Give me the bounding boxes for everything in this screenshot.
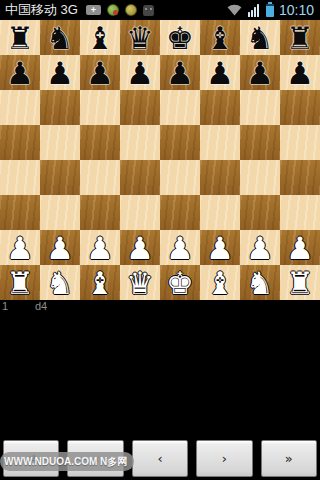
piece-black-knight: ♞ [240, 20, 280, 55]
square-a7[interactable]: ♟ [0, 55, 40, 90]
square-g6[interactable] [240, 90, 280, 125]
step-forward-button[interactable]: › [196, 440, 252, 477]
piece-black-pawn: ♟ [200, 55, 240, 90]
status-clock: 10:10 [279, 2, 314, 18]
square-f7[interactable]: ♟ [200, 55, 240, 90]
square-f8[interactable]: ♝ [200, 20, 240, 55]
piece-black-pawn: ♟ [160, 55, 200, 90]
piece-white-rook: ♜ [280, 265, 320, 300]
square-c7[interactable]: ♟ [80, 55, 120, 90]
square-c2[interactable]: ♟ [80, 230, 120, 265]
square-f6[interactable] [200, 90, 240, 125]
piece-black-pawn: ♟ [0, 55, 40, 90]
square-c1[interactable]: ♝ [80, 265, 120, 300]
square-b1[interactable]: ♞ [40, 265, 80, 300]
square-a1[interactable]: ♜ [0, 265, 40, 300]
piece-white-pawn: ♟ [80, 230, 120, 265]
square-h3[interactable] [280, 195, 320, 230]
square-h8[interactable]: ♜ [280, 20, 320, 55]
square-e4[interactable] [160, 160, 200, 195]
square-f4[interactable] [200, 160, 240, 195]
square-b3[interactable] [40, 195, 80, 230]
square-f5[interactable] [200, 125, 240, 160]
piece-black-pawn: ♟ [40, 55, 80, 90]
signal-strength-icon [248, 4, 260, 17]
square-g7[interactable]: ♟ [240, 55, 280, 90]
move-white-text: d4 [35, 300, 47, 312]
square-g8[interactable]: ♞ [240, 20, 280, 55]
status-bar: 中国移动 3G + 10:10 [0, 0, 320, 20]
square-b4[interactable] [40, 160, 80, 195]
square-e8[interactable]: ♚ [160, 20, 200, 55]
go-to-end-button[interactable]: » [261, 440, 317, 477]
square-e1[interactable]: ♚ [160, 265, 200, 300]
square-d8[interactable]: ♛ [120, 20, 160, 55]
piece-white-pawn: ♟ [280, 230, 320, 265]
square-d4[interactable] [120, 160, 160, 195]
piece-white-pawn: ♟ [160, 230, 200, 265]
piece-white-pawn: ♟ [240, 230, 280, 265]
phone-screen: 中国移动 3G + 10:10 ♜♞♝♛♚♝♞♜♟♟♟♟♟♟♟♟♟♟♟♟♟♟♟♟… [0, 0, 320, 480]
piece-white-king: ♚ [160, 265, 200, 300]
piece-black-pawn: ♟ [120, 55, 160, 90]
square-a3[interactable] [0, 195, 40, 230]
square-d6[interactable] [120, 90, 160, 125]
square-d1[interactable]: ♛ [120, 265, 160, 300]
piece-white-bishop: ♝ [80, 265, 120, 300]
square-e5[interactable] [160, 125, 200, 160]
square-h7[interactable]: ♟ [280, 55, 320, 90]
chess-board: ♜♞♝♛♚♝♞♜♟♟♟♟♟♟♟♟♟♟♟♟♟♟♟♟♜♞♝♛♚♝♞♜ [0, 20, 320, 300]
wifi-icon [227, 4, 242, 16]
square-f3[interactable] [200, 195, 240, 230]
square-d5[interactable] [120, 125, 160, 160]
square-e3[interactable] [160, 195, 200, 230]
square-a8[interactable]: ♜ [0, 20, 40, 55]
android-debug-icon [143, 5, 154, 16]
square-f2[interactable]: ♟ [200, 230, 240, 265]
square-e6[interactable] [160, 90, 200, 125]
square-c8[interactable]: ♝ [80, 20, 120, 55]
square-g1[interactable]: ♞ [240, 265, 280, 300]
square-e2[interactable]: ♟ [160, 230, 200, 265]
square-c6[interactable] [80, 90, 120, 125]
square-c3[interactable] [80, 195, 120, 230]
step-back-button[interactable]: ‹ [132, 440, 188, 477]
square-b5[interactable] [40, 125, 80, 160]
square-f1[interactable]: ♝ [200, 265, 240, 300]
piece-black-pawn: ♟ [280, 55, 320, 90]
piece-black-bishop: ♝ [200, 20, 240, 55]
move-number: 1 [2, 300, 35, 312]
piece-black-bishop: ♝ [80, 20, 120, 55]
piece-black-king: ♚ [160, 20, 200, 55]
square-d2[interactable]: ♟ [120, 230, 160, 265]
square-g5[interactable] [240, 125, 280, 160]
piece-white-pawn: ♟ [200, 230, 240, 265]
square-b7[interactable]: ♟ [40, 55, 80, 90]
square-b6[interactable] [40, 90, 80, 125]
battery-saver-plus-icon: + [86, 5, 101, 15]
square-a2[interactable]: ♟ [0, 230, 40, 265]
piece-white-queen: ♛ [120, 265, 160, 300]
piece-black-knight: ♞ [40, 20, 80, 55]
carrier-label: 中国移动 3G [5, 1, 78, 19]
square-g4[interactable] [240, 160, 280, 195]
piece-white-knight: ♞ [40, 265, 80, 300]
square-g2[interactable]: ♟ [240, 230, 280, 265]
battery-icon [266, 4, 274, 17]
square-h1[interactable]: ♜ [280, 265, 320, 300]
square-h6[interactable] [280, 90, 320, 125]
square-c5[interactable] [80, 125, 120, 160]
square-a5[interactable] [0, 125, 40, 160]
square-e7[interactable]: ♟ [160, 55, 200, 90]
piece-white-rook: ♜ [0, 265, 40, 300]
watermark-badge: WWW.NDUOA.COM N多网 [0, 452, 134, 471]
piece-black-pawn: ♟ [240, 55, 280, 90]
square-g3[interactable] [240, 195, 280, 230]
piece-white-pawn: ♟ [40, 230, 80, 265]
piece-white-pawn: ♟ [0, 230, 40, 265]
piece-black-pawn: ♟ [80, 55, 120, 90]
piece-black-rook: ♜ [0, 20, 40, 55]
move-list: 1d4 [2, 300, 47, 312]
security-app-icon [107, 4, 119, 16]
piece-white-pawn: ♟ [120, 230, 160, 265]
square-a6[interactable] [0, 90, 40, 125]
piece-black-rook: ♜ [280, 20, 320, 55]
square-d7[interactable]: ♟ [120, 55, 160, 90]
square-b2[interactable]: ♟ [40, 230, 80, 265]
square-h5[interactable] [280, 125, 320, 160]
piece-white-knight: ♞ [240, 265, 280, 300]
square-c4[interactable] [80, 160, 120, 195]
square-d3[interactable] [120, 195, 160, 230]
piece-black-queen: ♛ [120, 20, 160, 55]
square-h4[interactable] [280, 160, 320, 195]
notification-app-icon [125, 4, 137, 16]
square-h2[interactable]: ♟ [280, 230, 320, 265]
piece-white-bishop: ♝ [200, 265, 240, 300]
square-b8[interactable]: ♞ [40, 20, 80, 55]
square-a4[interactable] [0, 160, 40, 195]
